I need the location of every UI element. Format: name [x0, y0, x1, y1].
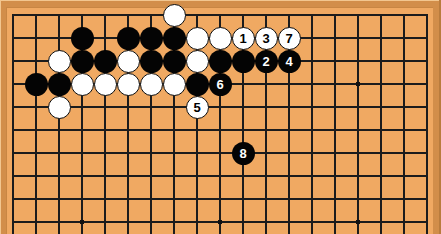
point-3-2[interactable]	[71, 50, 94, 73]
point-0-1[interactable]	[2, 27, 25, 50]
black-stone	[209, 50, 232, 73]
white-stone	[209, 27, 232, 50]
point-0-6[interactable]	[2, 142, 25, 165]
white-stone	[48, 50, 71, 73]
point-13-1[interactable]	[301, 27, 324, 50]
point-2-7[interactable]	[48, 165, 71, 188]
point-14-4[interactable]	[324, 96, 347, 119]
white-stone	[117, 73, 140, 96]
point-9-8[interactable]	[209, 188, 232, 211]
point-1-9[interactable]	[25, 211, 48, 234]
point-3-0[interactable]	[71, 4, 94, 27]
point-7-2[interactable]	[163, 50, 186, 73]
point-10-4[interactable]	[232, 96, 255, 119]
point-10-0[interactable]	[232, 4, 255, 27]
point-1-7[interactable]	[25, 165, 48, 188]
point-6-0[interactable]	[140, 4, 163, 27]
point-16-7[interactable]	[370, 165, 393, 188]
white-stone	[117, 50, 140, 73]
point-18-0[interactable]	[416, 4, 439, 27]
point-8-6[interactable]	[186, 142, 209, 165]
point-17-0[interactable]	[393, 4, 416, 27]
point-1-1[interactable]	[25, 27, 48, 50]
point-4-6[interactable]	[94, 142, 117, 165]
point-15-5[interactable]	[347, 119, 370, 142]
point-4-8[interactable]	[94, 188, 117, 211]
white-stone	[163, 73, 186, 96]
point-15-9[interactable]	[347, 211, 370, 234]
point-8-0[interactable]	[186, 4, 209, 27]
black-stone	[140, 27, 163, 50]
point-6-1[interactable]	[140, 27, 163, 50]
point-2-1[interactable]	[48, 27, 71, 50]
point-2-9[interactable]	[48, 211, 71, 234]
white-stone: 1	[232, 27, 255, 50]
point-14-9[interactable]	[324, 211, 347, 234]
point-11-5[interactable]	[255, 119, 278, 142]
point-2-2[interactable]	[48, 50, 71, 73]
move-number-label: 7	[285, 31, 292, 44]
point-7-6[interactable]	[163, 142, 186, 165]
point-8-8[interactable]	[186, 188, 209, 211]
point-0-5[interactable]	[2, 119, 25, 142]
point-16-1[interactable]	[370, 27, 393, 50]
star-point	[356, 220, 360, 224]
point-6-9[interactable]	[140, 211, 163, 234]
point-0-2[interactable]	[2, 50, 25, 73]
point-17-4[interactable]	[393, 96, 416, 119]
point-18-6[interactable]	[416, 142, 439, 165]
point-4-9[interactable]	[94, 211, 117, 234]
point-3-1[interactable]	[71, 27, 94, 50]
point-17-3[interactable]	[393, 73, 416, 96]
black-stone	[163, 27, 186, 50]
point-4-1[interactable]	[94, 27, 117, 50]
point-4-5[interactable]	[94, 119, 117, 142]
white-stone	[94, 73, 117, 96]
point-4-0[interactable]	[94, 4, 117, 27]
point-10-7[interactable]	[232, 165, 255, 188]
point-17-2[interactable]	[393, 50, 416, 73]
point-14-3[interactable]	[324, 73, 347, 96]
point-18-4[interactable]	[416, 96, 439, 119]
point-9-9[interactable]	[209, 211, 232, 234]
point-2-8[interactable]	[48, 188, 71, 211]
point-17-1[interactable]	[393, 27, 416, 50]
point-6-3[interactable]	[140, 73, 163, 96]
point-8-1[interactable]	[186, 27, 209, 50]
point-11-4[interactable]	[255, 96, 278, 119]
move-number-label: 2	[262, 54, 269, 67]
point-17-5[interactable]	[393, 119, 416, 142]
point-13-7[interactable]	[301, 165, 324, 188]
point-0-9[interactable]	[2, 211, 25, 234]
point-3-7[interactable]	[71, 165, 94, 188]
point-11-8[interactable]	[255, 188, 278, 211]
point-12-6[interactable]	[278, 142, 301, 165]
point-14-2[interactable]	[324, 50, 347, 73]
point-2-5[interactable]	[48, 119, 71, 142]
point-12-8[interactable]	[278, 188, 301, 211]
white-stone	[186, 50, 209, 73]
point-14-6[interactable]	[324, 142, 347, 165]
point-8-9[interactable]	[186, 211, 209, 234]
point-5-7[interactable]	[117, 165, 140, 188]
point-10-3[interactable]	[232, 73, 255, 96]
point-7-9[interactable]	[163, 211, 186, 234]
black-stone	[232, 50, 255, 73]
point-14-5[interactable]	[324, 119, 347, 142]
point-5-9[interactable]	[117, 211, 140, 234]
point-18-2[interactable]	[416, 50, 439, 73]
point-7-7[interactable]	[163, 165, 186, 188]
white-stone: 3	[255, 27, 278, 50]
point-13-5[interactable]	[301, 119, 324, 142]
point-1-3[interactable]	[25, 73, 48, 96]
point-12-7[interactable]	[278, 165, 301, 188]
point-6-6[interactable]	[140, 142, 163, 165]
point-1-8[interactable]	[25, 188, 48, 211]
point-10-1[interactable]: 1	[232, 27, 255, 50]
point-13-8[interactable]	[301, 188, 324, 211]
point-12-9[interactable]	[278, 211, 301, 234]
black-stone	[48, 73, 71, 96]
point-16-8[interactable]	[370, 188, 393, 211]
point-5-1[interactable]	[117, 27, 140, 50]
move-number-label: 8	[239, 146, 246, 159]
point-10-9[interactable]	[232, 211, 255, 234]
black-stone	[186, 73, 209, 96]
point-13-9[interactable]	[301, 211, 324, 234]
move-number-label: 5	[193, 100, 200, 113]
point-0-4[interactable]	[2, 96, 25, 119]
point-15-1[interactable]	[347, 27, 370, 50]
point-15-6[interactable]	[347, 142, 370, 165]
point-7-1[interactable]	[163, 27, 186, 50]
point-15-2[interactable]	[347, 50, 370, 73]
point-18-5[interactable]	[416, 119, 439, 142]
point-16-6[interactable]	[370, 142, 393, 165]
point-8-3[interactable]	[186, 73, 209, 96]
point-14-1[interactable]	[324, 27, 347, 50]
point-9-7[interactable]	[209, 165, 232, 188]
point-17-9[interactable]	[393, 211, 416, 234]
move-number-label: 6	[216, 77, 223, 90]
point-2-6[interactable]	[48, 142, 71, 165]
point-13-3[interactable]	[301, 73, 324, 96]
point-1-6[interactable]	[25, 142, 48, 165]
move-number-label: 3	[262, 31, 269, 44]
star-point	[218, 220, 222, 224]
white-stone	[140, 73, 163, 96]
point-10-5[interactable]	[232, 119, 255, 142]
point-2-3[interactable]	[48, 73, 71, 96]
point-13-2[interactable]	[301, 50, 324, 73]
point-16-5[interactable]	[370, 119, 393, 142]
point-14-7[interactable]	[324, 165, 347, 188]
point-1-5[interactable]	[25, 119, 48, 142]
point-12-0[interactable]	[278, 4, 301, 27]
point-6-7[interactable]	[140, 165, 163, 188]
point-0-0[interactable]	[2, 4, 25, 27]
point-11-9[interactable]	[255, 211, 278, 234]
black-stone	[140, 50, 163, 73]
point-9-6[interactable]	[209, 142, 232, 165]
point-12-5[interactable]	[278, 119, 301, 142]
point-12-4[interactable]	[278, 96, 301, 119]
point-2-4[interactable]	[48, 96, 71, 119]
point-18-8[interactable]	[416, 188, 439, 211]
point-7-4[interactable]	[163, 96, 186, 119]
point-15-8[interactable]	[347, 188, 370, 211]
point-16-0[interactable]	[370, 4, 393, 27]
point-3-4[interactable]	[71, 96, 94, 119]
point-12-3[interactable]	[278, 73, 301, 96]
point-11-1[interactable]: 3	[255, 27, 278, 50]
black-stone	[163, 50, 186, 73]
point-5-0[interactable]	[117, 4, 140, 27]
point-8-7[interactable]	[186, 165, 209, 188]
point-7-8[interactable]	[163, 188, 186, 211]
point-4-4[interactable]	[94, 96, 117, 119]
white-stone	[71, 73, 94, 96]
point-4-2[interactable]	[94, 50, 117, 73]
point-11-7[interactable]	[255, 165, 278, 188]
point-3-9[interactable]	[71, 211, 94, 234]
black-stone	[94, 50, 117, 73]
point-8-4[interactable]: 5	[186, 96, 209, 119]
point-13-6[interactable]	[301, 142, 324, 165]
point-11-3[interactable]	[255, 73, 278, 96]
point-3-5[interactable]	[71, 119, 94, 142]
point-15-0[interactable]	[347, 4, 370, 27]
point-13-0[interactable]	[301, 4, 324, 27]
point-13-4[interactable]	[301, 96, 324, 119]
point-1-0[interactable]	[25, 4, 48, 27]
point-16-9[interactable]	[370, 211, 393, 234]
point-18-9[interactable]	[416, 211, 439, 234]
goban-grid: 13724658	[2, 4, 439, 234]
point-9-0[interactable]	[209, 4, 232, 27]
point-7-3[interactable]	[163, 73, 186, 96]
point-4-3[interactable]	[94, 73, 117, 96]
point-6-8[interactable]	[140, 188, 163, 211]
point-15-7[interactable]	[347, 165, 370, 188]
point-11-6[interactable]	[255, 142, 278, 165]
point-3-6[interactable]	[71, 142, 94, 165]
star-point	[356, 82, 360, 86]
point-6-5[interactable]	[140, 119, 163, 142]
point-6-4[interactable]	[140, 96, 163, 119]
black-stone	[25, 73, 48, 96]
point-3-8[interactable]	[71, 188, 94, 211]
point-18-7[interactable]	[416, 165, 439, 188]
point-8-2[interactable]	[186, 50, 209, 73]
go-diagram: 13724658	[0, 0, 441, 234]
point-5-2[interactable]	[117, 50, 140, 73]
black-stone: 6	[209, 73, 232, 96]
point-12-2[interactable]: 4	[278, 50, 301, 73]
point-17-8[interactable]	[393, 188, 416, 211]
point-15-4[interactable]	[347, 96, 370, 119]
point-9-2[interactable]	[209, 50, 232, 73]
point-3-3[interactable]	[71, 73, 94, 96]
white-stone: 7	[278, 27, 301, 50]
point-9-4[interactable]	[209, 96, 232, 119]
point-7-5[interactable]	[163, 119, 186, 142]
black-stone	[117, 27, 140, 50]
point-17-6[interactable]	[393, 142, 416, 165]
point-10-6[interactable]: 8	[232, 142, 255, 165]
point-16-3[interactable]	[370, 73, 393, 96]
point-4-7[interactable]	[94, 165, 117, 188]
black-stone	[71, 27, 94, 50]
point-11-0[interactable]	[255, 4, 278, 27]
point-5-6[interactable]	[117, 142, 140, 165]
point-10-8[interactable]	[232, 188, 255, 211]
point-15-3[interactable]	[347, 73, 370, 96]
black-stone: 4	[278, 50, 301, 73]
point-11-2[interactable]: 2	[255, 50, 278, 73]
point-12-1[interactable]: 7	[278, 27, 301, 50]
white-stone	[163, 4, 186, 27]
point-1-2[interactable]	[25, 50, 48, 73]
point-17-7[interactable]	[393, 165, 416, 188]
point-7-0[interactable]	[163, 4, 186, 27]
point-5-8[interactable]	[117, 188, 140, 211]
frame-highlight-top	[0, 0, 441, 1]
point-5-5[interactable]	[117, 119, 140, 142]
point-14-0[interactable]	[324, 4, 347, 27]
star-point	[80, 220, 84, 224]
point-0-7[interactable]	[2, 165, 25, 188]
move-number-label: 1	[239, 31, 246, 44]
point-9-5[interactable]	[209, 119, 232, 142]
point-18-1[interactable]	[416, 27, 439, 50]
point-10-2[interactable]	[232, 50, 255, 73]
point-0-3[interactable]	[2, 73, 25, 96]
point-16-4[interactable]	[370, 96, 393, 119]
white-stone	[48, 96, 71, 119]
black-stone	[71, 50, 94, 73]
black-stone: 2	[255, 50, 278, 73]
point-2-0[interactable]	[48, 4, 71, 27]
point-5-4[interactable]	[117, 96, 140, 119]
point-9-1[interactable]	[209, 27, 232, 50]
point-14-8[interactable]	[324, 188, 347, 211]
white-stone: 5	[186, 96, 209, 119]
point-9-3[interactable]: 6	[209, 73, 232, 96]
point-8-5[interactable]	[186, 119, 209, 142]
black-stone: 8	[232, 142, 255, 165]
move-number-label: 4	[285, 54, 292, 67]
point-18-3[interactable]	[416, 73, 439, 96]
point-1-4[interactable]	[25, 96, 48, 119]
point-6-2[interactable]	[140, 50, 163, 73]
point-16-2[interactable]	[370, 50, 393, 73]
point-0-8[interactable]	[2, 188, 25, 211]
point-5-3[interactable]	[117, 73, 140, 96]
white-stone	[186, 27, 209, 50]
